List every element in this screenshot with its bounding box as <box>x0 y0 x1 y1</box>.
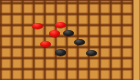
gomoku-board[interactable] <box>0 0 140 80</box>
red-stone <box>40 41 51 48</box>
black-stone <box>55 49 66 56</box>
red-stone <box>55 22 66 29</box>
black-stone <box>63 30 74 37</box>
red-stone <box>49 30 60 37</box>
black-stone <box>74 39 85 46</box>
red-stone <box>32 23 43 30</box>
stones-layer <box>0 0 140 80</box>
black-stone <box>86 50 97 57</box>
